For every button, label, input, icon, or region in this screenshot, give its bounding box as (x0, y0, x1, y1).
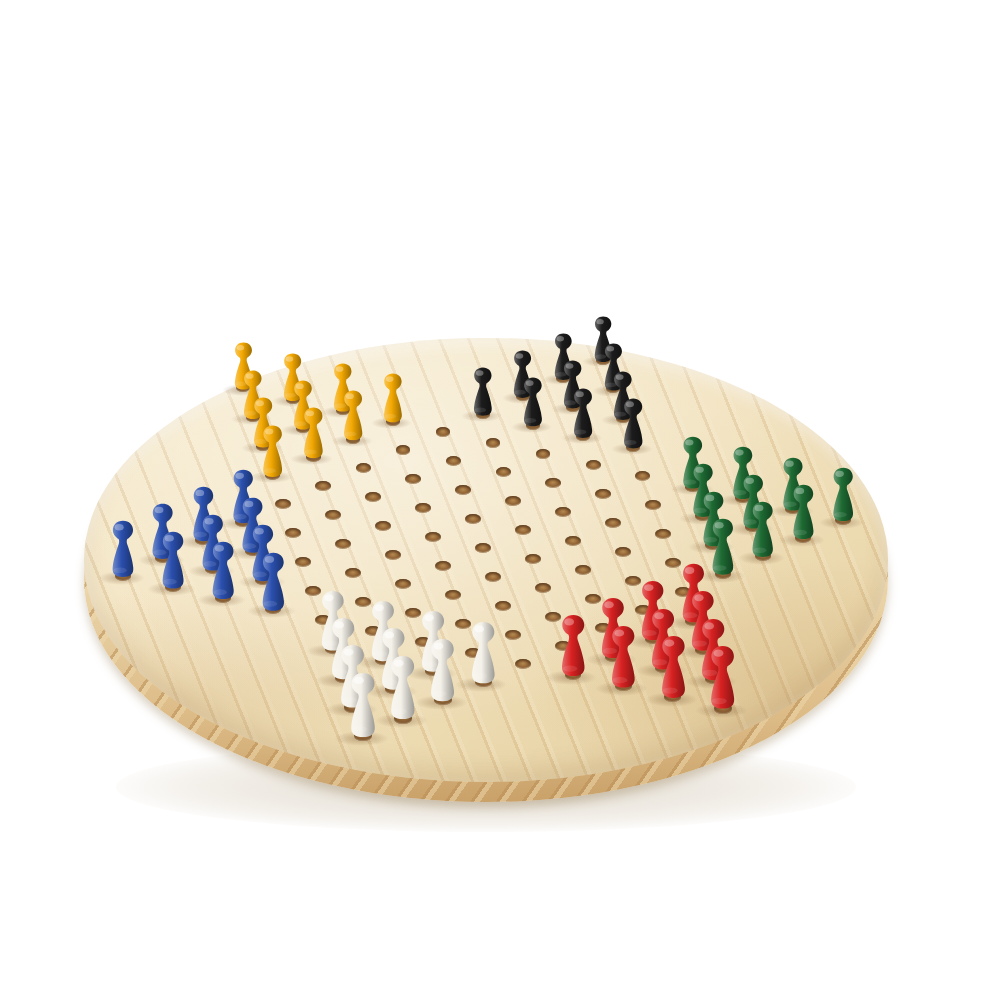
peg-shape (706, 644, 739, 711)
peg-shape (259, 424, 286, 479)
board-hole[interactable] (446, 456, 461, 466)
peg-shape (520, 376, 546, 428)
peg-green[interactable] (829, 466, 857, 523)
peg-shape (470, 366, 496, 417)
board-hole[interactable] (486, 438, 501, 447)
peg-shape (620, 397, 647, 450)
peg-shape (657, 634, 690, 700)
board-hole[interactable] (415, 503, 430, 513)
board-hole[interactable] (435, 561, 451, 571)
peg-black[interactable] (620, 397, 647, 450)
board-hole[interactable] (455, 485, 470, 495)
board-hole[interactable] (396, 445, 411, 455)
peg-blue[interactable] (108, 519, 138, 579)
peg-shape (748, 500, 777, 559)
board-hole[interactable] (436, 427, 451, 436)
peg-shape (708, 517, 738, 577)
peg-shape (607, 624, 640, 690)
board-hole[interactable] (315, 481, 330, 491)
peg-yellow[interactable] (340, 389, 366, 442)
peg-black[interactable] (520, 376, 546, 428)
board-hole[interactable] (405, 474, 420, 484)
board-hole[interactable] (385, 550, 401, 560)
peg-yellow[interactable] (300, 406, 327, 460)
board-hole[interactable] (425, 532, 441, 542)
board-hole[interactable] (586, 460, 601, 470)
peg-black[interactable] (470, 366, 496, 417)
peg-shape (386, 654, 420, 721)
peg-white[interactable] (467, 620, 500, 685)
peg-red[interactable] (557, 613, 590, 678)
board-hole[interactable] (496, 467, 511, 477)
chinese-checkers-product-photo (0, 0, 990, 990)
peg-shape (300, 406, 327, 460)
peg-yellow[interactable] (259, 424, 286, 479)
peg-white[interactable] (426, 637, 459, 703)
peg-shape (467, 620, 500, 685)
board-hole[interactable] (275, 499, 290, 509)
board-hole[interactable] (645, 500, 660, 510)
board-hole[interactable] (615, 547, 631, 557)
peg-shape (208, 540, 238, 601)
peg-shape (346, 671, 380, 739)
board-hole[interactable] (485, 572, 501, 582)
board-hole[interactable] (445, 590, 461, 600)
board-hole[interactable] (465, 514, 481, 524)
peg-yellow[interactable] (380, 372, 406, 424)
peg-red[interactable] (607, 624, 640, 690)
peg-blue[interactable] (158, 530, 188, 590)
board-hole[interactable] (505, 496, 520, 506)
peg-shape (426, 637, 459, 703)
peg-green[interactable] (708, 517, 738, 577)
board-hole[interactable] (565, 536, 581, 546)
peg-green[interactable] (748, 500, 777, 559)
board-hole[interactable] (595, 489, 610, 499)
board-hole[interactable] (575, 565, 591, 575)
board-hole[interactable] (295, 557, 311, 567)
board-hole[interactable] (285, 528, 301, 538)
peg-shape (829, 466, 857, 523)
peg-green[interactable] (789, 483, 818, 541)
board-hole[interactable] (655, 529, 671, 539)
peg-blue[interactable] (208, 540, 238, 601)
peg-white[interactable] (346, 671, 380, 739)
peg-red[interactable] (657, 634, 690, 700)
board-hole[interactable] (325, 510, 341, 520)
board-hole[interactable] (356, 463, 371, 473)
peg-shape (258, 551, 289, 613)
peg-white[interactable] (386, 654, 420, 721)
board-hole[interactable] (475, 543, 491, 553)
peg-shape (340, 389, 366, 442)
board-hole[interactable] (365, 492, 380, 502)
peg-shape (557, 613, 590, 678)
peg-shape (108, 519, 138, 579)
peg-red[interactable] (706, 644, 739, 711)
peg-black[interactable] (570, 387, 596, 440)
board-hole[interactable] (536, 449, 551, 459)
board-hole[interactable] (555, 507, 571, 517)
peg-blue[interactable] (258, 551, 289, 613)
board-hole[interactable] (515, 525, 531, 535)
board-hole[interactable] (525, 554, 541, 564)
board-hole[interactable] (345, 568, 361, 578)
peg-shape (789, 483, 818, 541)
peg-shape (158, 530, 188, 590)
board-hole[interactable] (335, 539, 351, 549)
peg-shape (570, 387, 596, 440)
board-hole[interactable] (545, 478, 560, 488)
board-hole[interactable] (605, 518, 621, 528)
peg-shape (380, 372, 406, 424)
board-hole[interactable] (375, 521, 391, 531)
